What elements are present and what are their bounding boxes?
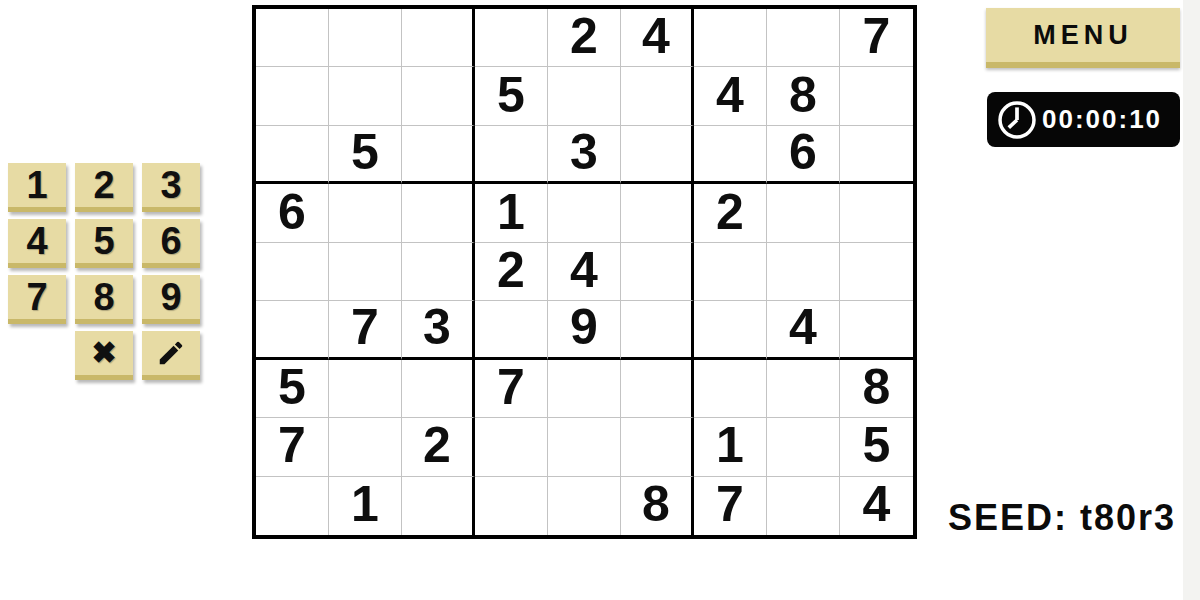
- sudoku-cell-r2c9[interactable]: [840, 67, 913, 125]
- sudoku-cell-r7c5[interactable]: [548, 360, 621, 418]
- sudoku-cell-r1c3[interactable]: [402, 9, 475, 67]
- sudoku-cell-r9c9[interactable]: 4: [840, 477, 913, 535]
- sudoku-cell-r8c1[interactable]: 7: [256, 418, 329, 476]
- sudoku-cell-r9c2[interactable]: 1: [329, 477, 402, 535]
- sudoku-cell-r9c5[interactable]: [548, 477, 621, 535]
- sudoku-cell-r6c7[interactable]: [694, 301, 767, 359]
- sudoku-cell-r5c3[interactable]: [402, 243, 475, 301]
- sudoku-cell-r7c1[interactable]: 5: [256, 360, 329, 418]
- sudoku-cell-r3c8[interactable]: 6: [767, 126, 840, 184]
- sudoku-cell-r2c4[interactable]: 5: [475, 67, 548, 125]
- sudoku-board: 24754853661224739457872151874: [252, 5, 917, 539]
- sudoku-cell-r7c8[interactable]: [767, 360, 840, 418]
- sudoku-cell-r4c1[interactable]: 6: [256, 184, 329, 242]
- page-edge-strip: [1183, 0, 1200, 600]
- sudoku-cell-r7c2[interactable]: [329, 360, 402, 418]
- sudoku-cell-r3c1[interactable]: [256, 126, 329, 184]
- numpad-key-7[interactable]: 7: [8, 275, 66, 324]
- sudoku-cell-r6c5[interactable]: 9: [548, 301, 621, 359]
- sudoku-cell-r8c5[interactable]: [548, 418, 621, 476]
- numpad-key-6[interactable]: 6: [142, 219, 200, 268]
- sudoku-cell-r6c8[interactable]: 4: [767, 301, 840, 359]
- numpad: 123456789 ✖: [8, 163, 200, 380]
- sudoku-cell-r4c4[interactable]: 1: [475, 184, 548, 242]
- sudoku-cell-r6c3[interactable]: 3: [402, 301, 475, 359]
- sudoku-cell-r3c4[interactable]: [475, 126, 548, 184]
- numpad-key-9[interactable]: 9: [142, 275, 200, 324]
- timer-value: 00:00:10: [1042, 104, 1162, 135]
- sudoku-cell-r5c7[interactable]: [694, 243, 767, 301]
- sudoku-cell-r5c5[interactable]: 4: [548, 243, 621, 301]
- sudoku-cell-r8c8[interactable]: [767, 418, 840, 476]
- sudoku-cell-r4c9[interactable]: [840, 184, 913, 242]
- sudoku-cell-r5c2[interactable]: [329, 243, 402, 301]
- timer: 00:00:10: [987, 92, 1180, 147]
- sudoku-cell-r4c8[interactable]: [767, 184, 840, 242]
- sudoku-cell-r7c7[interactable]: [694, 360, 767, 418]
- sudoku-cell-r8c3[interactable]: 2: [402, 418, 475, 476]
- sudoku-cell-r1c2[interactable]: [329, 9, 402, 67]
- sudoku-cell-r7c3[interactable]: [402, 360, 475, 418]
- sudoku-cell-r9c7[interactable]: 7: [694, 477, 767, 535]
- sudoku-cell-r1c6[interactable]: 4: [621, 9, 694, 67]
- numpad-key-8[interactable]: 8: [75, 275, 133, 324]
- erase-button[interactable]: ✖: [75, 331, 133, 380]
- sudoku-cell-r5c4[interactable]: 2: [475, 243, 548, 301]
- sudoku-cell-r3c5[interactable]: 3: [548, 126, 621, 184]
- sudoku-cell-r2c2[interactable]: [329, 67, 402, 125]
- sudoku-cell-r3c7[interactable]: [694, 126, 767, 184]
- clock-icon: [994, 97, 1040, 143]
- sudoku-cell-r2c1[interactable]: [256, 67, 329, 125]
- sudoku-cell-r9c6[interactable]: 8: [621, 477, 694, 535]
- sudoku-cell-r7c9[interactable]: 8: [840, 360, 913, 418]
- sudoku-cell-r3c2[interactable]: 5: [329, 126, 402, 184]
- sudoku-cell-r8c4[interactable]: [475, 418, 548, 476]
- sudoku-cell-r5c1[interactable]: [256, 243, 329, 301]
- sudoku-cell-r4c6[interactable]: [621, 184, 694, 242]
- sudoku-cell-r5c9[interactable]: [840, 243, 913, 301]
- sudoku-cell-r6c6[interactable]: [621, 301, 694, 359]
- sudoku-cell-r9c4[interactable]: [475, 477, 548, 535]
- sudoku-cell-r8c6[interactable]: [621, 418, 694, 476]
- sudoku-cell-r3c3[interactable]: [402, 126, 475, 184]
- sudoku-cell-r1c7[interactable]: [694, 9, 767, 67]
- sudoku-cell-r9c8[interactable]: [767, 477, 840, 535]
- sudoku-cell-r1c8[interactable]: [767, 9, 840, 67]
- pencil-icon: [156, 338, 186, 368]
- sudoku-cell-r5c8[interactable]: [767, 243, 840, 301]
- sudoku-cell-r4c2[interactable]: [329, 184, 402, 242]
- sudoku-cell-r9c3[interactable]: [402, 477, 475, 535]
- sudoku-cell-r2c3[interactable]: [402, 67, 475, 125]
- sudoku-cell-r4c3[interactable]: [402, 184, 475, 242]
- menu-button[interactable]: MENU: [986, 8, 1180, 68]
- sudoku-cell-r4c5[interactable]: [548, 184, 621, 242]
- numpad-key-1[interactable]: 1: [8, 163, 66, 212]
- sudoku-cell-r8c7[interactable]: 1: [694, 418, 767, 476]
- numpad-key-4[interactable]: 4: [8, 219, 66, 268]
- numpad-spacer: [8, 331, 66, 380]
- seed-label: SEED: t80r3: [948, 497, 1176, 539]
- sudoku-cell-r4c7[interactable]: 2: [694, 184, 767, 242]
- sudoku-cell-r1c5[interactable]: 2: [548, 9, 621, 67]
- sudoku-cell-r1c4[interactable]: [475, 9, 548, 67]
- sudoku-cell-r3c9[interactable]: [840, 126, 913, 184]
- sudoku-cell-r2c7[interactable]: 4: [694, 67, 767, 125]
- numpad-key-5[interactable]: 5: [75, 219, 133, 268]
- sudoku-cell-r9c1[interactable]: [256, 477, 329, 535]
- sudoku-cell-r6c2[interactable]: 7: [329, 301, 402, 359]
- sudoku-cell-r2c8[interactable]: 8: [767, 67, 840, 125]
- sudoku-cell-r8c9[interactable]: 5: [840, 418, 913, 476]
- pencil-button[interactable]: [142, 331, 200, 380]
- sudoku-cell-r7c6[interactable]: [621, 360, 694, 418]
- sudoku-cell-r5c6[interactable]: [621, 243, 694, 301]
- numpad-key-2[interactable]: 2: [75, 163, 133, 212]
- sudoku-cell-r6c1[interactable]: [256, 301, 329, 359]
- numpad-key-3[interactable]: 3: [142, 163, 200, 212]
- sudoku-cell-r7c4[interactable]: 7: [475, 360, 548, 418]
- sudoku-cell-r6c4[interactable]: [475, 301, 548, 359]
- sudoku-cell-r3c6[interactable]: [621, 126, 694, 184]
- sudoku-cell-r1c1[interactable]: [256, 9, 329, 67]
- sudoku-cell-r2c6[interactable]: [621, 67, 694, 125]
- sudoku-cell-r2c5[interactable]: [548, 67, 621, 125]
- sudoku-cell-r1c9[interactable]: 7: [840, 9, 913, 67]
- sudoku-cell-r6c9[interactable]: [840, 301, 913, 359]
- sudoku-cell-r8c2[interactable]: [329, 418, 402, 476]
